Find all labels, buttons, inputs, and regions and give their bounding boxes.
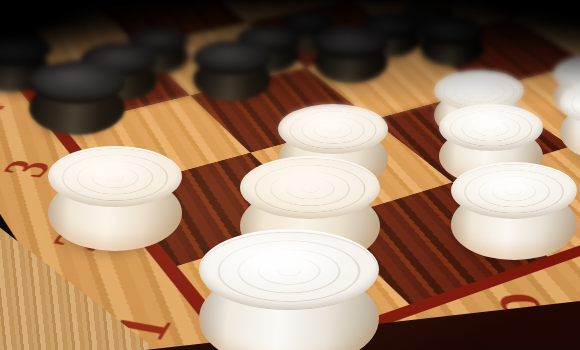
black-piece-f6[interactable] xyxy=(314,25,388,83)
checkers-3d-scene: 12345678abcdefgh xyxy=(0,0,580,350)
white-piece-c1[interactable] xyxy=(451,162,577,260)
black-piece-b6[interactable] xyxy=(29,60,125,135)
white-piece-a1[interactable] xyxy=(199,229,379,350)
white-piece-f2[interactable] xyxy=(560,78,580,162)
piece-top-rings xyxy=(29,60,125,104)
white-piece-a3[interactable] xyxy=(48,146,182,251)
piece-top-rings xyxy=(240,156,380,219)
piece-top-rings xyxy=(199,229,379,310)
black-piece-d6[interactable] xyxy=(193,40,271,101)
piece-top-rings xyxy=(439,104,543,151)
piece-top-rings xyxy=(420,16,484,45)
piece-top-rings xyxy=(451,162,577,219)
piece-top-rings xyxy=(48,146,182,207)
piece-top-rings xyxy=(314,25,388,59)
black-piece-h6[interactable] xyxy=(420,16,484,66)
piece-top-rings xyxy=(278,104,388,154)
